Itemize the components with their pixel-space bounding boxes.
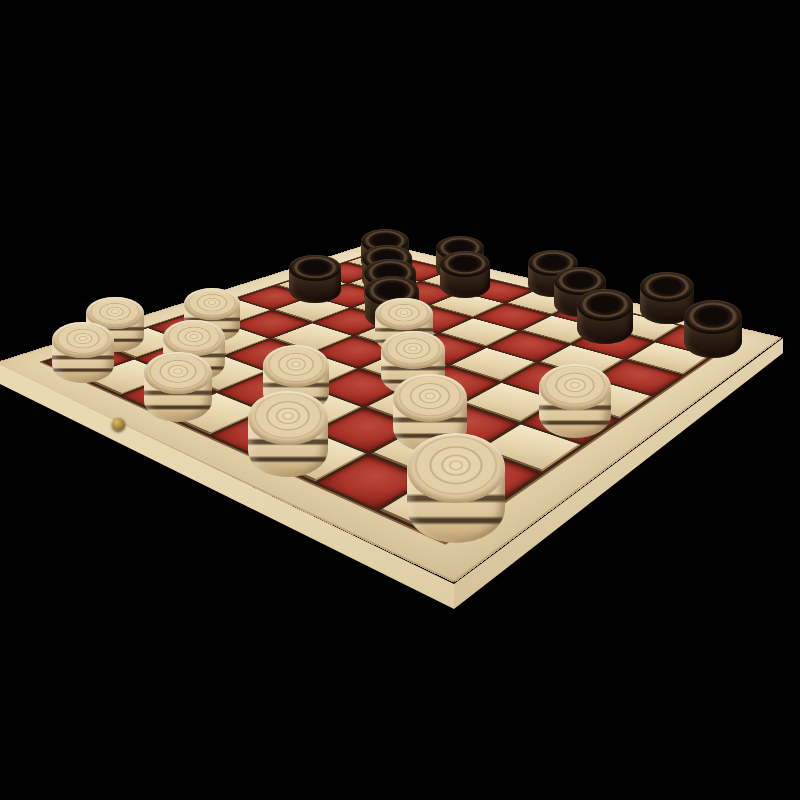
piece-top [184, 288, 240, 319]
piece-top [375, 298, 432, 331]
piece-top [640, 272, 694, 301]
piece-top [684, 300, 742, 333]
piece-top [52, 322, 114, 359]
light-checker[interactable] [539, 364, 610, 438]
checkers-photo-scene [0, 0, 800, 800]
piece-top [144, 352, 212, 395]
dark-checker[interactable] [684, 300, 742, 358]
light-checker[interactable] [248, 391, 328, 476]
light-checker[interactable] [407, 433, 505, 543]
dark-checker[interactable] [289, 255, 340, 303]
light-checker[interactable] [52, 322, 114, 384]
piece-top [248, 391, 328, 445]
piece-top [407, 433, 505, 504]
dark-checker[interactable] [440, 251, 491, 299]
pieces-layer [0, 0, 800, 800]
piece-top [263, 345, 330, 387]
piece-top [393, 374, 467, 422]
piece-top [289, 255, 340, 282]
piece-top [539, 364, 610, 410]
piece-top [381, 331, 445, 370]
dark-checker[interactable] [577, 289, 633, 344]
light-checker[interactable] [144, 352, 212, 422]
piece-top [577, 289, 633, 321]
